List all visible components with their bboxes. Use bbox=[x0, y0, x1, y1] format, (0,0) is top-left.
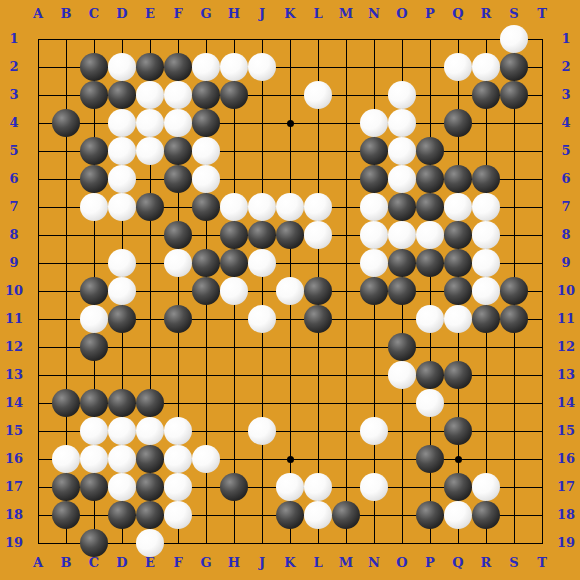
point-M11[interactable] bbox=[332, 305, 360, 333]
point-B15[interactable] bbox=[52, 417, 80, 445]
point-Q10 bbox=[444, 277, 472, 305]
col-label-bottom-B: B bbox=[52, 550, 80, 576]
point-F14[interactable] bbox=[164, 389, 192, 417]
point-D8[interactable] bbox=[108, 221, 136, 249]
black-stone bbox=[80, 473, 108, 501]
point-M5[interactable] bbox=[332, 137, 360, 165]
point-R5[interactable] bbox=[472, 137, 500, 165]
point-F13[interactable] bbox=[164, 361, 192, 389]
point-O16[interactable] bbox=[388, 445, 416, 473]
white-stone bbox=[164, 249, 192, 277]
point-Q3[interactable] bbox=[444, 81, 472, 109]
point-S17[interactable] bbox=[500, 473, 528, 501]
black-stone bbox=[416, 445, 444, 473]
point-L6[interactable] bbox=[304, 165, 332, 193]
row-label-left-13: 13 bbox=[0, 362, 28, 388]
point-N11[interactable] bbox=[360, 305, 388, 333]
point-H18[interactable] bbox=[220, 501, 248, 529]
point-M2[interactable] bbox=[332, 53, 360, 81]
point-J2 bbox=[248, 53, 276, 81]
white-stone bbox=[304, 501, 332, 529]
point-R18 bbox=[472, 501, 500, 529]
white-stone bbox=[444, 305, 472, 333]
point-P15[interactable] bbox=[416, 417, 444, 445]
point-E11[interactable] bbox=[136, 305, 164, 333]
point-K1[interactable] bbox=[276, 25, 304, 53]
white-stone bbox=[248, 193, 276, 221]
point-B7[interactable] bbox=[52, 193, 80, 221]
point-M9[interactable] bbox=[332, 249, 360, 277]
point-E10[interactable] bbox=[136, 277, 164, 305]
point-P10[interactable] bbox=[416, 277, 444, 305]
point-B9[interactable] bbox=[52, 249, 80, 277]
white-stone bbox=[220, 53, 248, 81]
point-N17 bbox=[360, 473, 388, 501]
point-A14[interactable] bbox=[24, 389, 52, 417]
point-E8[interactable] bbox=[136, 221, 164, 249]
point-A9[interactable] bbox=[24, 249, 52, 277]
point-E13[interactable] bbox=[136, 361, 164, 389]
point-M17[interactable] bbox=[332, 473, 360, 501]
black-stone bbox=[220, 249, 248, 277]
point-E6[interactable] bbox=[136, 165, 164, 193]
point-M14[interactable] bbox=[332, 389, 360, 417]
point-J18[interactable] bbox=[248, 501, 276, 529]
black-stone bbox=[220, 473, 248, 501]
col-label-bottom-H: H bbox=[220, 550, 248, 576]
point-R16[interactable] bbox=[472, 445, 500, 473]
point-A13[interactable] bbox=[24, 361, 52, 389]
white-stone bbox=[108, 445, 136, 473]
point-K3[interactable] bbox=[276, 81, 304, 109]
point-B6[interactable] bbox=[52, 165, 80, 193]
point-G14[interactable] bbox=[192, 389, 220, 417]
point-F3 bbox=[164, 81, 192, 109]
point-B2[interactable] bbox=[52, 53, 80, 81]
point-Q18 bbox=[444, 501, 472, 529]
col-label-bottom-S: S bbox=[500, 550, 528, 576]
point-S5[interactable] bbox=[500, 137, 528, 165]
point-H11[interactable] bbox=[220, 305, 248, 333]
black-stone bbox=[416, 501, 444, 529]
point-Q16[interactable] bbox=[444, 445, 472, 473]
point-D18 bbox=[108, 501, 136, 529]
point-B12[interactable] bbox=[52, 333, 80, 361]
point-A11[interactable] bbox=[24, 305, 52, 333]
point-M1[interactable] bbox=[332, 25, 360, 53]
col-label-top-R: R bbox=[472, 1, 500, 27]
white-stone bbox=[108, 249, 136, 277]
white-stone bbox=[192, 53, 220, 81]
point-N14[interactable] bbox=[360, 389, 388, 417]
point-S14[interactable] bbox=[500, 389, 528, 417]
point-C8[interactable] bbox=[80, 221, 108, 249]
point-G11[interactable] bbox=[192, 305, 220, 333]
point-B1[interactable] bbox=[52, 25, 80, 53]
row-label-left-7: 7 bbox=[0, 194, 28, 220]
point-S18[interactable] bbox=[500, 501, 528, 529]
point-R17 bbox=[472, 473, 500, 501]
point-Q15 bbox=[444, 417, 472, 445]
point-M7[interactable] bbox=[332, 193, 360, 221]
point-A1[interactable] bbox=[24, 25, 52, 53]
point-M3[interactable] bbox=[332, 81, 360, 109]
point-D10 bbox=[108, 277, 136, 305]
point-N2[interactable] bbox=[360, 53, 388, 81]
point-F18 bbox=[164, 501, 192, 529]
point-M6[interactable] bbox=[332, 165, 360, 193]
col-label-bottom-J: J bbox=[248, 550, 276, 576]
point-B18 bbox=[52, 501, 80, 529]
point-G1[interactable] bbox=[192, 25, 220, 53]
point-N5 bbox=[360, 137, 388, 165]
white-stone bbox=[388, 221, 416, 249]
white-stone bbox=[108, 165, 136, 193]
white-stone bbox=[108, 53, 136, 81]
point-J6[interactable] bbox=[248, 165, 276, 193]
point-R1[interactable] bbox=[472, 25, 500, 53]
white-stone bbox=[164, 417, 192, 445]
point-P8 bbox=[416, 221, 444, 249]
point-R8 bbox=[472, 221, 500, 249]
black-stone bbox=[136, 473, 164, 501]
black-stone bbox=[80, 53, 108, 81]
point-M16[interactable] bbox=[332, 445, 360, 473]
point-B13[interactable] bbox=[52, 361, 80, 389]
white-stone bbox=[164, 501, 192, 529]
row-label-right-11: 11 bbox=[552, 306, 580, 332]
point-L9[interactable] bbox=[304, 249, 332, 277]
point-A10[interactable] bbox=[24, 277, 52, 305]
point-L14[interactable] bbox=[304, 389, 332, 417]
point-E9[interactable] bbox=[136, 249, 164, 277]
row-label-right-4: 4 bbox=[552, 110, 580, 136]
point-M4[interactable] bbox=[332, 109, 360, 137]
point-J1[interactable] bbox=[248, 25, 276, 53]
point-K4[interactable] bbox=[276, 109, 304, 137]
point-S16[interactable] bbox=[500, 445, 528, 473]
point-P4[interactable] bbox=[416, 109, 444, 137]
point-A5[interactable] bbox=[24, 137, 52, 165]
point-B3[interactable] bbox=[52, 81, 80, 109]
point-A4[interactable] bbox=[24, 109, 52, 137]
point-L16[interactable] bbox=[304, 445, 332, 473]
point-N7 bbox=[360, 193, 388, 221]
point-O17[interactable] bbox=[388, 473, 416, 501]
point-S1 bbox=[500, 25, 528, 53]
point-M10[interactable] bbox=[332, 277, 360, 305]
white-stone bbox=[360, 249, 388, 277]
point-S7[interactable] bbox=[500, 193, 528, 221]
black-stone bbox=[164, 53, 192, 81]
point-K11[interactable] bbox=[276, 305, 304, 333]
point-A7[interactable] bbox=[24, 193, 52, 221]
point-N1[interactable] bbox=[360, 25, 388, 53]
point-M12[interactable] bbox=[332, 333, 360, 361]
black-stone bbox=[248, 221, 276, 249]
point-R14[interactable] bbox=[472, 389, 500, 417]
point-F11 bbox=[164, 305, 192, 333]
point-P5 bbox=[416, 137, 444, 165]
black-stone bbox=[80, 165, 108, 193]
point-H1[interactable] bbox=[220, 25, 248, 53]
point-A17[interactable] bbox=[24, 473, 52, 501]
point-L5[interactable] bbox=[304, 137, 332, 165]
col-label-top-T: T bbox=[528, 1, 556, 27]
point-P11 bbox=[416, 305, 444, 333]
point-A16[interactable] bbox=[24, 445, 52, 473]
row-label-left-3: 3 bbox=[0, 82, 28, 108]
point-H14[interactable] bbox=[220, 389, 248, 417]
point-O1[interactable] bbox=[388, 25, 416, 53]
row-label-right-9: 9 bbox=[552, 250, 580, 276]
col-label-bottom-K: K bbox=[276, 550, 304, 576]
black-stone bbox=[304, 305, 332, 333]
point-L13[interactable] bbox=[304, 361, 332, 389]
point-S4[interactable] bbox=[500, 109, 528, 137]
point-P9 bbox=[416, 249, 444, 277]
point-P3[interactable] bbox=[416, 81, 444, 109]
point-K6[interactable] bbox=[276, 165, 304, 193]
point-S9[interactable] bbox=[500, 249, 528, 277]
point-J13[interactable] bbox=[248, 361, 276, 389]
point-Q5[interactable] bbox=[444, 137, 472, 165]
point-F17 bbox=[164, 473, 192, 501]
point-G2 bbox=[192, 53, 220, 81]
point-J17[interactable] bbox=[248, 473, 276, 501]
point-C7 bbox=[80, 193, 108, 221]
row-label-right-8: 8 bbox=[552, 222, 580, 248]
row-label-right-3: 3 bbox=[552, 82, 580, 108]
black-stone bbox=[444, 165, 472, 193]
point-J12[interactable] bbox=[248, 333, 276, 361]
point-C9[interactable] bbox=[80, 249, 108, 277]
point-B8[interactable] bbox=[52, 221, 80, 249]
point-J4[interactable] bbox=[248, 109, 276, 137]
point-L4[interactable] bbox=[304, 109, 332, 137]
point-O7 bbox=[388, 193, 416, 221]
point-H12[interactable] bbox=[220, 333, 248, 361]
black-stone bbox=[276, 501, 304, 529]
point-J14[interactable] bbox=[248, 389, 276, 417]
black-stone bbox=[332, 501, 360, 529]
point-J10[interactable] bbox=[248, 277, 276, 305]
point-L15[interactable] bbox=[304, 417, 332, 445]
point-H6[interactable] bbox=[220, 165, 248, 193]
point-A12[interactable] bbox=[24, 333, 52, 361]
point-G8[interactable] bbox=[192, 221, 220, 249]
point-K14[interactable] bbox=[276, 389, 304, 417]
point-P17[interactable] bbox=[416, 473, 444, 501]
point-R13[interactable] bbox=[472, 361, 500, 389]
point-K5[interactable] bbox=[276, 137, 304, 165]
point-M8[interactable] bbox=[332, 221, 360, 249]
point-F7[interactable] bbox=[164, 193, 192, 221]
black-stone bbox=[472, 501, 500, 529]
black-stone bbox=[164, 305, 192, 333]
white-stone bbox=[304, 81, 332, 109]
point-A3[interactable] bbox=[24, 81, 52, 109]
point-D12[interactable] bbox=[108, 333, 136, 361]
point-B11[interactable] bbox=[52, 305, 80, 333]
point-H13[interactable] bbox=[220, 361, 248, 389]
row-label-right-19: 19 bbox=[552, 530, 580, 556]
row-label-left-10: 10 bbox=[0, 278, 28, 304]
point-S11 bbox=[500, 305, 528, 333]
point-C15 bbox=[80, 417, 108, 445]
point-N18[interactable] bbox=[360, 501, 388, 529]
point-L2[interactable] bbox=[304, 53, 332, 81]
point-D1[interactable] bbox=[108, 25, 136, 53]
point-K16[interactable] bbox=[276, 445, 304, 473]
point-D3 bbox=[108, 81, 136, 109]
black-stone bbox=[276, 221, 304, 249]
point-G17[interactable] bbox=[192, 473, 220, 501]
col-label-top-Q: Q bbox=[444, 1, 472, 27]
black-stone bbox=[220, 81, 248, 109]
point-J16[interactable] bbox=[248, 445, 276, 473]
point-N16[interactable] bbox=[360, 445, 388, 473]
point-G12[interactable] bbox=[192, 333, 220, 361]
point-F12[interactable] bbox=[164, 333, 192, 361]
row-label-left-16: 16 bbox=[0, 446, 28, 472]
white-stone bbox=[444, 53, 472, 81]
point-O2[interactable] bbox=[388, 53, 416, 81]
point-P16 bbox=[416, 445, 444, 473]
point-L1[interactable] bbox=[304, 25, 332, 53]
black-stone bbox=[192, 249, 220, 277]
point-A15[interactable] bbox=[24, 417, 52, 445]
black-stone bbox=[500, 305, 528, 333]
point-O15[interactable] bbox=[388, 417, 416, 445]
point-P6 bbox=[416, 165, 444, 193]
point-R4[interactable] bbox=[472, 109, 500, 137]
point-C14 bbox=[80, 389, 108, 417]
point-G13[interactable] bbox=[192, 361, 220, 389]
white-stone bbox=[192, 165, 220, 193]
point-B5[interactable] bbox=[52, 137, 80, 165]
point-M15[interactable] bbox=[332, 417, 360, 445]
point-J3[interactable] bbox=[248, 81, 276, 109]
point-J5[interactable] bbox=[248, 137, 276, 165]
point-K9[interactable] bbox=[276, 249, 304, 277]
col-label-top-A: A bbox=[24, 1, 52, 27]
point-A2[interactable] bbox=[24, 53, 52, 81]
point-B10[interactable] bbox=[52, 277, 80, 305]
point-C16 bbox=[80, 445, 108, 473]
point-K2[interactable] bbox=[276, 53, 304, 81]
point-H3 bbox=[220, 81, 248, 109]
white-stone bbox=[472, 53, 500, 81]
row-label-right-17: 17 bbox=[552, 474, 580, 500]
point-S8[interactable] bbox=[500, 221, 528, 249]
black-stone bbox=[388, 193, 416, 221]
point-O11[interactable] bbox=[388, 305, 416, 333]
point-C18[interactable] bbox=[80, 501, 108, 529]
white-stone bbox=[388, 81, 416, 109]
point-R15[interactable] bbox=[472, 417, 500, 445]
point-C4[interactable] bbox=[80, 109, 108, 137]
point-N13[interactable] bbox=[360, 361, 388, 389]
point-P1[interactable] bbox=[416, 25, 444, 53]
point-D13[interactable] bbox=[108, 361, 136, 389]
black-stone bbox=[360, 277, 388, 305]
row-label-left-2: 2 bbox=[0, 54, 28, 80]
white-stone bbox=[388, 137, 416, 165]
point-N4 bbox=[360, 109, 388, 137]
point-P12[interactable] bbox=[416, 333, 444, 361]
point-O18[interactable] bbox=[388, 501, 416, 529]
point-K12[interactable] bbox=[276, 333, 304, 361]
point-K13[interactable] bbox=[276, 361, 304, 389]
white-stone bbox=[472, 193, 500, 221]
point-P2[interactable] bbox=[416, 53, 444, 81]
col-label-bottom-A: A bbox=[24, 550, 52, 576]
white-stone bbox=[248, 249, 276, 277]
point-L7 bbox=[304, 193, 332, 221]
point-C13[interactable] bbox=[80, 361, 108, 389]
point-C1[interactable] bbox=[80, 25, 108, 53]
point-H2 bbox=[220, 53, 248, 81]
point-H4[interactable] bbox=[220, 109, 248, 137]
point-D15 bbox=[108, 417, 136, 445]
point-C17 bbox=[80, 473, 108, 501]
point-H15[interactable] bbox=[220, 417, 248, 445]
row-label-right-6: 6 bbox=[552, 166, 580, 192]
point-K15[interactable] bbox=[276, 417, 304, 445]
point-H5[interactable] bbox=[220, 137, 248, 165]
point-Q1[interactable] bbox=[444, 25, 472, 53]
point-H16[interactable] bbox=[220, 445, 248, 473]
white-stone bbox=[164, 81, 192, 109]
point-N12[interactable] bbox=[360, 333, 388, 361]
row-label-right-18: 18 bbox=[552, 502, 580, 528]
point-E12[interactable] bbox=[136, 333, 164, 361]
point-E1[interactable] bbox=[136, 25, 164, 53]
point-Q14[interactable] bbox=[444, 389, 472, 417]
col-label-bottom-G: G bbox=[192, 550, 220, 576]
black-stone bbox=[444, 361, 472, 389]
white-stone bbox=[416, 305, 444, 333]
point-F1[interactable] bbox=[164, 25, 192, 53]
point-A8[interactable] bbox=[24, 221, 52, 249]
point-A18[interactable] bbox=[24, 501, 52, 529]
point-M13[interactable] bbox=[332, 361, 360, 389]
point-Q2 bbox=[444, 53, 472, 81]
point-Q12[interactable] bbox=[444, 333, 472, 361]
point-L12[interactable] bbox=[304, 333, 332, 361]
point-G9 bbox=[192, 249, 220, 277]
point-S12[interactable] bbox=[500, 333, 528, 361]
point-Q9 bbox=[444, 249, 472, 277]
point-K7 bbox=[276, 193, 304, 221]
point-S6[interactable] bbox=[500, 165, 528, 193]
point-S13[interactable] bbox=[500, 361, 528, 389]
point-F16 bbox=[164, 445, 192, 473]
point-F5 bbox=[164, 137, 192, 165]
point-A6[interactable] bbox=[24, 165, 52, 193]
point-N3[interactable] bbox=[360, 81, 388, 109]
point-S15[interactable] bbox=[500, 417, 528, 445]
point-F10[interactable] bbox=[164, 277, 192, 305]
point-G15[interactable] bbox=[192, 417, 220, 445]
black-stone bbox=[220, 221, 248, 249]
point-H7 bbox=[220, 193, 248, 221]
point-G18[interactable] bbox=[192, 501, 220, 529]
row-label-left-11: 11 bbox=[0, 306, 28, 332]
point-O14[interactable] bbox=[388, 389, 416, 417]
point-R12[interactable] bbox=[472, 333, 500, 361]
